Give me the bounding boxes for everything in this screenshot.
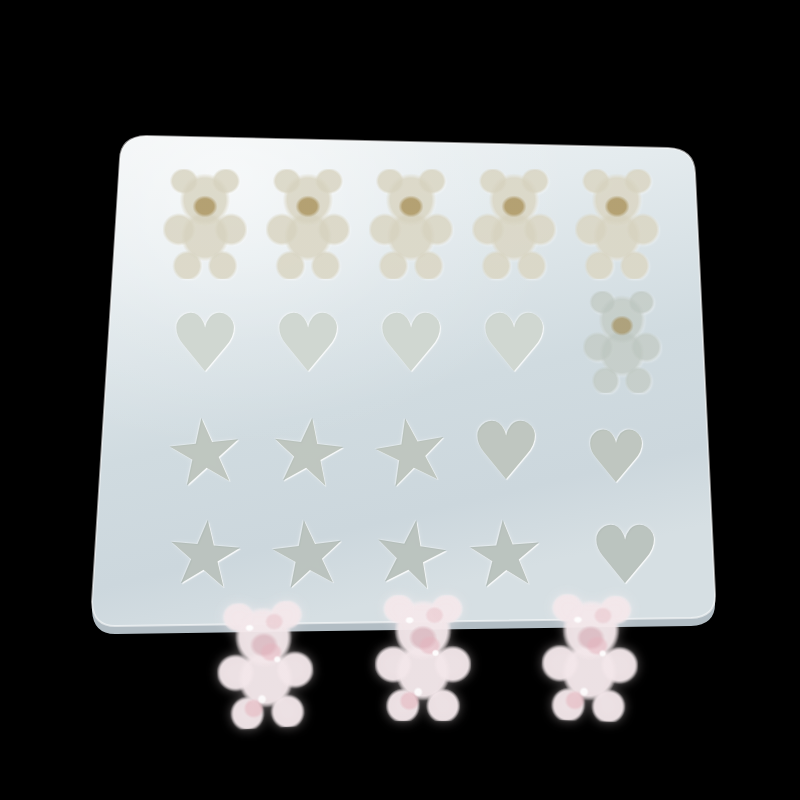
- mold-cavity-heart: ♥: [478, 304, 550, 384]
- bear-icon: [472, 169, 556, 279]
- mold-cavity-bear: [583, 291, 661, 393]
- mold-cavity-heart: ♥: [375, 304, 447, 384]
- heart-icon: ♥: [589, 516, 661, 596]
- bear-icon: [369, 169, 453, 279]
- bear-icon: [266, 169, 350, 279]
- mold-cavity-star: ★: [161, 506, 249, 603]
- heart-icon: ♥: [478, 304, 550, 384]
- heart-icon: ♥: [584, 422, 649, 494]
- crystal-bear-icon: [540, 593, 640, 722]
- resin-bear-figurine: [375, 595, 471, 721]
- scene-background: ♥♥♥♥★★★♥♥★★★★♥: [0, 0, 800, 800]
- mold-cavity-heart: ♥: [470, 412, 542, 492]
- star-icon: ★: [462, 506, 549, 601]
- resin-bear-figurine: [214, 600, 316, 731]
- mold-cavity-heart: ♥: [589, 516, 661, 596]
- mold-cavity-star: ★: [462, 506, 549, 601]
- mold-cavity-star: ★: [262, 504, 353, 603]
- resin-bear-figurine: [540, 593, 640, 722]
- mold-cavity-star: ★: [262, 402, 353, 501]
- mold-cavity-heart: ♥: [169, 304, 241, 384]
- crystal-bear-icon: [214, 600, 316, 731]
- mold-cavity-bear: [369, 169, 453, 279]
- heart-icon: ♥: [272, 304, 344, 384]
- bear-icon: [163, 169, 247, 279]
- crystal-bear-icon: [375, 595, 471, 721]
- heart-icon: ♥: [169, 304, 241, 384]
- star-icon: ★: [160, 403, 250, 501]
- star-icon: ★: [161, 506, 249, 603]
- star-icon: ★: [262, 504, 353, 603]
- mold-cavity-bear: [163, 169, 247, 279]
- mold-cavity-star: ★: [364, 503, 458, 605]
- star-icon: ★: [262, 402, 353, 501]
- star-icon: ★: [363, 401, 458, 504]
- mold-cavity-bear: [472, 169, 556, 279]
- mold-cavity-bear: [266, 169, 350, 279]
- mold-cavity-heart: ♥: [584, 422, 649, 494]
- bear-icon: [583, 291, 661, 393]
- star-icon: ★: [364, 503, 458, 605]
- mold-cavity-star: ★: [160, 403, 250, 501]
- heart-icon: ♥: [375, 304, 447, 384]
- mold-cavity-bear: [575, 169, 659, 279]
- heart-icon: ♥: [470, 412, 542, 492]
- mold-cavity-heart: ♥: [272, 304, 344, 384]
- mold-cavity-star: ★: [363, 401, 458, 504]
- bear-icon: [575, 169, 659, 279]
